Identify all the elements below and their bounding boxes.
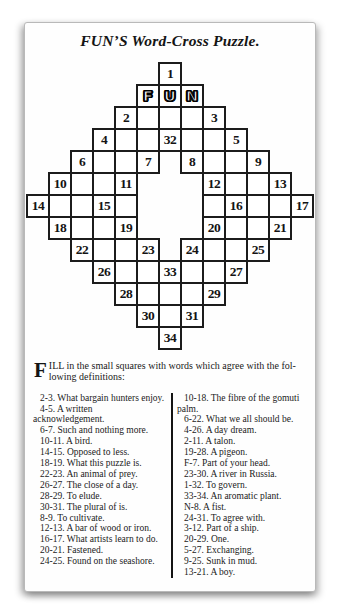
grid-void: [181, 327, 203, 349]
grid-void: [49, 85, 71, 107]
grid-cell[interactable]: [159, 305, 181, 327]
cell-29[interactable]: 29: [203, 283, 225, 305]
grid-void: [181, 195, 203, 217]
grid-void: [27, 63, 49, 85]
grid-cell[interactable]: [137, 129, 159, 151]
grid-cell[interactable]: [269, 195, 291, 217]
grid-cell[interactable]: [115, 129, 137, 151]
grid-void: [269, 129, 291, 151]
grid-void: [71, 85, 93, 107]
grid-void: [159, 151, 181, 173]
cell-7[interactable]: 7: [137, 151, 159, 173]
grid-void: [269, 151, 291, 173]
grid-cell[interactable]: [247, 217, 269, 239]
grid-cell[interactable]: [225, 217, 247, 239]
grid-void: [159, 217, 181, 239]
given-letter-N[interactable]: N: [181, 85, 203, 107]
grid-cell[interactable]: [203, 151, 225, 173]
cell-5[interactable]: 5: [225, 129, 247, 151]
grid-void: [291, 151, 313, 173]
clue-item: 16-17. What artists learn to do.: [33, 534, 166, 545]
grid-void: [159, 173, 181, 195]
grid-void: [71, 261, 93, 283]
cell-32[interactable]: 32: [159, 129, 181, 151]
page-title: FUN’S Word-Cross Puzzle.: [25, 32, 315, 50]
cell-21[interactable]: 21: [269, 217, 291, 239]
grid-void: [181, 173, 203, 195]
clue-item: 8-9. To cultivate.: [33, 513, 166, 524]
instructions: F ILL in the small squares with words wh…: [34, 361, 308, 383]
grid-cell[interactable]: [93, 151, 115, 173]
grid-cell[interactable]: [203, 129, 225, 151]
grid-cell[interactable]: [71, 217, 93, 239]
grid-void: [269, 107, 291, 129]
grid-void: [115, 63, 137, 85]
grid-void: [71, 107, 93, 129]
grid-void: [269, 305, 291, 327]
grid-void: [27, 173, 49, 195]
cell-22[interactable]: 22: [71, 239, 93, 261]
clue-item: 26-27. The close of a day.: [33, 480, 166, 491]
grid-void: [27, 283, 49, 305]
grid-cell[interactable]: [71, 173, 93, 195]
grid-cell[interactable]: [137, 283, 159, 305]
grid-cell[interactable]: [203, 261, 225, 283]
clue-item: 4-26. A day dream.: [177, 425, 310, 436]
grid-void: [181, 63, 203, 85]
grid-cell[interactable]: [115, 261, 137, 283]
grid-void: [49, 283, 71, 305]
grid-void: [49, 261, 71, 283]
grid-cell[interactable]: [225, 151, 247, 173]
grid-void: [291, 305, 313, 327]
grid-cell[interactable]: [181, 261, 203, 283]
grid-cell[interactable]: [181, 129, 203, 151]
grid-void: [269, 283, 291, 305]
grid-void: [27, 261, 49, 283]
grid-cell[interactable]: [225, 239, 247, 261]
grid-void: [247, 305, 269, 327]
grid-cell[interactable]: [115, 195, 137, 217]
cell-17[interactable]: 17: [291, 195, 313, 217]
grid-cell[interactable]: [247, 173, 269, 195]
cell-8[interactable]: 8: [181, 151, 203, 173]
instructions-line2: lowing definitions:: [49, 371, 125, 382]
grid-void: [291, 63, 313, 85]
grid-void: [269, 85, 291, 107]
grid-cell[interactable]: [225, 173, 247, 195]
grid-void: [159, 239, 181, 261]
cell-13[interactable]: 13: [269, 173, 291, 195]
grid-void: [137, 195, 159, 217]
clue-item: 10-18. The fibre of the gomuti palm.: [177, 393, 310, 415]
grid-void: [291, 283, 313, 305]
grid-void: [71, 327, 93, 349]
grid-void: [291, 239, 313, 261]
clue-item: 22-23. An animal of prey.: [33, 469, 166, 480]
clue-item: 23-30. A river in Russia.: [177, 469, 310, 480]
grid-void: [27, 239, 49, 261]
puzzle-page: FUN’S Word-Cross Puzzle. 1FUN23432567891…: [24, 22, 316, 592]
grid-cell[interactable]: [181, 283, 203, 305]
cell-10[interactable]: 10: [49, 173, 71, 195]
cell-25[interactable]: 25: [247, 239, 269, 261]
clue-columns: 2-3. What bargain hunters enjoy.4-5. A w…: [33, 393, 310, 578]
clue-item: 18-19. What this puzzle is.: [33, 458, 166, 469]
grid-cell[interactable]: [115, 151, 137, 173]
grid-void: [93, 305, 115, 327]
grid-cell[interactable]: [159, 107, 181, 129]
clue-item: 19-28. A pigeon.: [177, 447, 310, 458]
grid-void: [225, 107, 247, 129]
grid-void: [247, 63, 269, 85]
grid-void: [203, 305, 225, 327]
grid-void: [269, 327, 291, 349]
grid-void: [93, 283, 115, 305]
clue-item: 24-31. To agree with.: [177, 513, 310, 524]
cell-4[interactable]: 4: [93, 129, 115, 151]
grid-void: [203, 63, 225, 85]
cell-34[interactable]: 34: [159, 327, 181, 349]
cell-31[interactable]: 31: [181, 305, 203, 327]
given-letter-F[interactable]: F: [137, 85, 159, 107]
crossword-grid: 1FUN234325678910111213141516171819202122…: [27, 63, 313, 349]
grid-void: [203, 85, 225, 107]
grid-cell[interactable]: [93, 239, 115, 261]
grid-void: [49, 305, 71, 327]
grid-void: [93, 107, 115, 129]
given-letter-U[interactable]: U: [159, 85, 181, 107]
grid-cell[interactable]: [247, 195, 269, 217]
grid-void: [247, 129, 269, 151]
grid-cell[interactable]: [115, 239, 137, 261]
grid-cell[interactable]: [137, 107, 159, 129]
dropcap-f: F: [34, 361, 49, 380]
grid-void: [27, 305, 49, 327]
cell-19[interactable]: 19: [115, 217, 137, 239]
grid-cell[interactable]: [93, 173, 115, 195]
grid-void: [71, 63, 93, 85]
instructions-line1: ILL in the small squares with words whic…: [49, 360, 296, 371]
grid-cell[interactable]: [93, 217, 115, 239]
grid-void: [247, 283, 269, 305]
clue-item: 14-15. Opposed to less.: [33, 447, 166, 458]
grid-void: [291, 173, 313, 195]
clue-column-right: 10-18. The fibre of the gomuti palm.6-22…: [177, 393, 310, 578]
grid-void: [49, 129, 71, 151]
cell-27[interactable]: 27: [225, 261, 247, 283]
grid-void: [203, 327, 225, 349]
cell-2[interactable]: 2: [115, 107, 137, 129]
grid-void: [71, 129, 93, 151]
grid-void: [291, 261, 313, 283]
grid-cell[interactable]: [203, 239, 225, 261]
clue-item: 1-32. To govern.: [177, 480, 310, 491]
grid-void: [291, 85, 313, 107]
clue-item: 20-21. Fastened.: [33, 545, 166, 556]
grid-void: [49, 63, 71, 85]
clue-item: 20-29. One.: [177, 534, 310, 545]
grid-cell[interactable]: [159, 283, 181, 305]
grid-void: [291, 129, 313, 151]
clue-item: 4-5. A written acknowledgement.: [33, 404, 166, 426]
grid-void: [225, 85, 247, 107]
grid-void: [137, 327, 159, 349]
grid-void: [137, 173, 159, 195]
grid-void: [27, 151, 49, 173]
cell-12[interactable]: 12: [203, 173, 225, 195]
grid-void: [137, 63, 159, 85]
grid-void: [27, 85, 49, 107]
clue-item: 13-21. A boy.: [177, 567, 310, 578]
grid-void: [291, 217, 313, 239]
cell-15[interactable]: 15: [93, 195, 115, 217]
grid-void: [159, 195, 181, 217]
grid-void: [49, 239, 71, 261]
grid-void: [115, 85, 137, 107]
clue-item: 12-13. A bar of wood or iron.: [33, 523, 166, 534]
cell-24[interactable]: 24: [181, 239, 203, 261]
clue-item: 5-27. Exchanging.: [177, 545, 310, 556]
clue-item: 28-29. To elude.: [33, 491, 166, 502]
grid-void: [93, 327, 115, 349]
grid-void: [49, 327, 71, 349]
grid-void: [225, 283, 247, 305]
clue-item: 6-22. What we all should be.: [177, 414, 310, 425]
cell-14[interactable]: 14: [27, 195, 49, 217]
clue-item: 24-25. Found on the seashore.: [33, 556, 166, 567]
grid-void: [247, 261, 269, 283]
cell-33[interactable]: 33: [159, 261, 181, 283]
grid-void: [93, 63, 115, 85]
grid-void: [115, 305, 137, 327]
cell-23[interactable]: 23: [137, 239, 159, 261]
clue-item: 3-12. Part of a ship.: [177, 523, 310, 534]
grid-void: [27, 107, 49, 129]
grid-void: [27, 129, 49, 151]
grid-cell[interactable]: [181, 107, 203, 129]
grid-void: [247, 85, 269, 107]
grid-void: [247, 107, 269, 129]
grid-void: [225, 327, 247, 349]
column-divider: [171, 393, 173, 578]
grid-void: [291, 327, 313, 349]
grid-void: [269, 63, 291, 85]
grid-cell[interactable]: [137, 261, 159, 283]
grid-void: [291, 107, 313, 129]
grid-void: [115, 327, 137, 349]
grid-void: [225, 305, 247, 327]
clue-item: 6-7. Such and nothing more.: [33, 425, 166, 436]
grid-void: [27, 217, 49, 239]
grid-void: [247, 327, 269, 349]
clue-item: 10-11. A bird.: [33, 436, 166, 447]
cell-28[interactable]: 28: [115, 283, 137, 305]
cell-20[interactable]: 20: [203, 217, 225, 239]
grid-void: [181, 217, 203, 239]
grid-cell[interactable]: [49, 195, 71, 217]
grid-void: [27, 327, 49, 349]
clue-item: 30-31. The plural of is.: [33, 502, 166, 513]
grid-void: [71, 283, 93, 305]
clue-item: N-8. A fist.: [177, 502, 310, 513]
cell-16[interactable]: 16: [225, 195, 247, 217]
cell-11[interactable]: 11: [115, 173, 137, 195]
grid-cell[interactable]: [203, 195, 225, 217]
grid-void: [71, 305, 93, 327]
grid-void: [225, 63, 247, 85]
clue-item: F-7. Part of your head.: [177, 458, 310, 469]
grid-cell[interactable]: [71, 195, 93, 217]
cell-30[interactable]: 30: [137, 305, 159, 327]
grid-void: [269, 239, 291, 261]
clue-item: 2-3. What bargain hunters enjoy.: [33, 393, 166, 404]
grid-void: [49, 151, 71, 173]
clue-item: 2-11. A talon.: [177, 436, 310, 447]
cell-3[interactable]: 3: [203, 107, 225, 129]
cell-18[interactable]: 18: [49, 217, 71, 239]
clue-column-left: 2-3. What bargain hunters enjoy.4-5. A w…: [33, 393, 166, 578]
clue-item: 33-34. An aromatic plant.: [177, 491, 310, 502]
grid-void: [49, 107, 71, 129]
cell-9[interactable]: 9: [247, 151, 269, 173]
grid-void: [93, 85, 115, 107]
cell-6[interactable]: 6: [71, 151, 93, 173]
cell-26[interactable]: 26: [93, 261, 115, 283]
clue-item: 9-25. Sunk in mud.: [177, 556, 310, 567]
cell-1[interactable]: 1: [159, 63, 181, 85]
grid-void: [137, 217, 159, 239]
grid-void: [269, 261, 291, 283]
